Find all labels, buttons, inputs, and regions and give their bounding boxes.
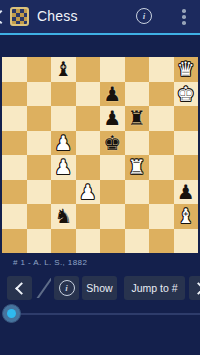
- menu-dot: [182, 9, 186, 13]
- square-g4[interactable]: [149, 155, 174, 180]
- square-a1[interactable]: [2, 229, 27, 254]
- square-d2[interactable]: [76, 204, 101, 229]
- slash-icon: [36, 278, 51, 298]
- black-king: ♚: [100, 131, 125, 156]
- chevron-right-icon: [192, 282, 200, 295]
- info-icon: i: [59, 280, 75, 296]
- square-h8[interactable]: ♛: [174, 57, 199, 82]
- white-king: ♚: [174, 82, 199, 107]
- show-solution-button[interactable]: Show: [82, 276, 117, 300]
- square-b1[interactable]: [27, 229, 52, 254]
- black-rook: ♜: [125, 106, 150, 131]
- square-h1[interactable]: [174, 229, 199, 254]
- previous-problem-button[interactable]: [7, 276, 32, 300]
- square-a4[interactable]: [2, 155, 27, 180]
- header-info-icon[interactable]: i: [136, 8, 152, 24]
- square-e8[interactable]: [100, 57, 125, 82]
- black-pawn: ♟: [100, 82, 125, 107]
- square-f7[interactable]: [125, 82, 150, 107]
- square-h4[interactable]: [174, 155, 199, 180]
- square-g5[interactable]: [149, 131, 174, 156]
- black-knight: ♞: [51, 204, 76, 229]
- white-queen: ♛: [174, 57, 199, 82]
- square-c3[interactable]: [51, 180, 76, 205]
- square-e1[interactable]: [100, 229, 125, 254]
- square-e3[interactable]: [100, 180, 125, 205]
- toolbar-info-button[interactable]: i: [54, 276, 79, 300]
- square-e4[interactable]: [100, 155, 125, 180]
- square-a7[interactable]: [2, 82, 27, 107]
- info-glyph: i: [65, 284, 68, 293]
- square-b5[interactable]: [27, 131, 52, 156]
- square-b2[interactable]: [27, 204, 52, 229]
- square-g1[interactable]: [149, 229, 174, 254]
- square-f3[interactable]: [125, 180, 150, 205]
- square-f8[interactable]: [125, 57, 150, 82]
- square-f1[interactable]: [125, 229, 150, 254]
- chess-board[interactable]: ♝♛♟♚♟♜♟♚♟♜♟♟♞♝: [2, 57, 198, 253]
- square-c6[interactable]: [51, 106, 76, 131]
- square-b7[interactable]: [27, 82, 52, 107]
- square-c5[interactable]: ♟: [51, 131, 76, 156]
- white-pawn: ♟: [76, 180, 101, 205]
- overflow-menu-button[interactable]: [178, 7, 190, 27]
- square-g2[interactable]: [149, 204, 174, 229]
- square-c1[interactable]: [51, 229, 76, 254]
- square-e7[interactable]: ♟: [100, 82, 125, 107]
- square-e5[interactable]: ♚: [100, 131, 125, 156]
- square-d6[interactable]: [76, 106, 101, 131]
- square-h6[interactable]: [174, 106, 199, 131]
- square-h7[interactable]: ♚: [174, 82, 199, 107]
- square-e2[interactable]: [100, 204, 125, 229]
- square-d8[interactable]: [76, 57, 101, 82]
- square-a3[interactable]: [2, 180, 27, 205]
- square-b6[interactable]: [27, 106, 52, 131]
- square-f6[interactable]: ♜: [125, 106, 150, 131]
- back-button[interactable]: [0, 8, 8, 26]
- square-f5[interactable]: [125, 131, 150, 156]
- header-accent-line: [0, 33, 200, 35]
- square-a2[interactable]: [2, 204, 27, 229]
- problem-seekbar-track[interactable]: [10, 313, 200, 315]
- black-bishop: ♝: [51, 57, 76, 82]
- square-e6[interactable]: ♟: [100, 106, 125, 131]
- problem-caption: # 1 - A. L. S., 1882: [13, 258, 87, 267]
- jump-to-number-button[interactable]: Jump to #: [124, 276, 185, 300]
- square-h3[interactable]: ♟: [174, 180, 199, 205]
- square-f4[interactable]: ♜: [125, 155, 150, 180]
- problem-seekbar-thumb[interactable]: [2, 304, 21, 323]
- square-g7[interactable]: [149, 82, 174, 107]
- white-rook: ♜: [125, 155, 150, 180]
- menu-dot: [182, 21, 186, 25]
- square-g6[interactable]: [149, 106, 174, 131]
- white-pawn: ♟: [51, 155, 76, 180]
- square-c7[interactable]: [51, 82, 76, 107]
- square-a6[interactable]: [2, 106, 27, 131]
- square-h2[interactable]: ♝: [174, 204, 199, 229]
- black-pawn: ♟: [100, 106, 125, 131]
- square-f2[interactable]: [125, 204, 150, 229]
- square-a8[interactable]: [2, 57, 27, 82]
- square-b3[interactable]: [27, 180, 52, 205]
- info-glyph: i: [143, 12, 146, 21]
- square-b8[interactable]: [27, 57, 52, 82]
- back-chevron-icon: [0, 10, 8, 24]
- menu-dot: [182, 15, 186, 19]
- square-d3[interactable]: ♟: [76, 180, 101, 205]
- header-bar: Chess i: [0, 0, 200, 33]
- app-title: Chess: [37, 8, 78, 24]
- white-bishop: ♝: [174, 204, 199, 229]
- square-d5[interactable]: [76, 131, 101, 156]
- square-d1[interactable]: [76, 229, 101, 254]
- square-g3[interactable]: [149, 180, 174, 205]
- square-d7[interactable]: [76, 82, 101, 107]
- square-c4[interactable]: ♟: [51, 155, 76, 180]
- square-d4[interactable]: [76, 155, 101, 180]
- square-h5[interactable]: [174, 131, 199, 156]
- square-c8[interactable]: ♝: [51, 57, 76, 82]
- white-pawn: ♟: [51, 131, 76, 156]
- next-problem-button[interactable]: [189, 276, 200, 300]
- chevron-left-icon: [15, 282, 28, 295]
- app-logo-icon: [10, 7, 29, 26]
- square-a5[interactable]: [2, 131, 27, 156]
- square-c2[interactable]: ♞: [51, 204, 76, 229]
- square-b4[interactable]: [27, 155, 52, 180]
- square-g8[interactable]: [149, 57, 174, 82]
- black-pawn: ♟: [174, 180, 199, 205]
- app-screen: Chess i ♝♛♟♚♟♜♟♚♟♜♟♟♞♝ # 1 - A. L. S., 1…: [0, 0, 200, 355]
